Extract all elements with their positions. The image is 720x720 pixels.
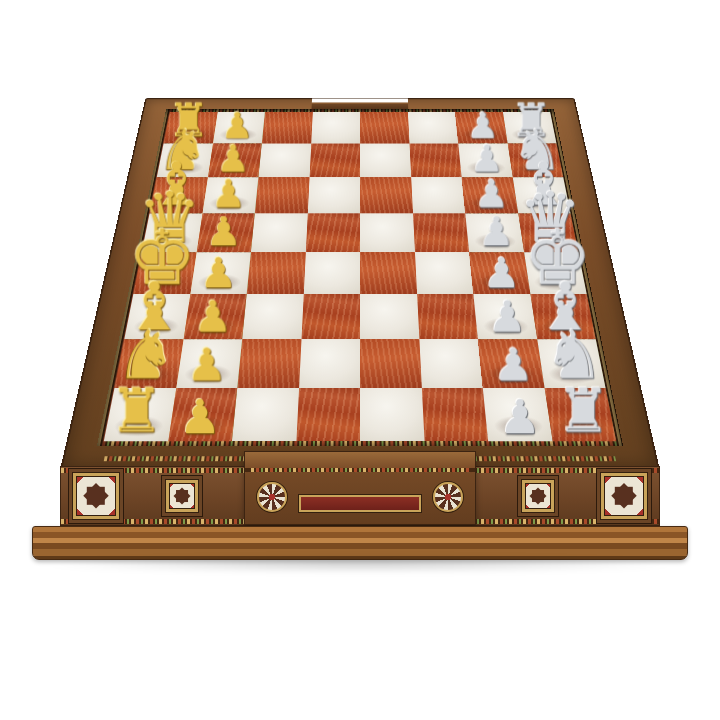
mosaic-medallion-icon (257, 482, 287, 512)
board-cell[interactable] (415, 252, 474, 294)
product-photo-scene: ♜♟♟♜♞♟♟♞♝♟♟♝♛♟♟♛♚♟♟♚♝♟♟♝♞♟♟♞♜♟♟♜ (0, 0, 720, 720)
board-cell[interactable]: ♟ (196, 213, 254, 252)
chess-piece-gold-rook[interactable]: ♜ (109, 383, 163, 437)
board-cell[interactable] (301, 294, 360, 339)
board-cell[interactable] (262, 112, 313, 144)
chess-piece-gold-pawn[interactable]: ♟ (194, 298, 233, 337)
board-perspective: ♜♟♟♜♞♟♟♞♝♟♟♝♛♟♟♛♚♟♟♚♝♟♟♝♞♟♟♞♜♟♟♜ (50, 30, 670, 470)
chess-piece-silver-pawn[interactable]: ♟ (483, 254, 520, 291)
board-cell[interactable]: ♜ (104, 388, 176, 441)
board-cell[interactable] (360, 144, 411, 178)
front-drawer[interactable] (244, 451, 476, 525)
chess-piece-silver-pawn[interactable]: ♟ (499, 396, 541, 438)
base-plinth (32, 526, 688, 560)
board-cell[interactable] (360, 339, 421, 388)
board-cell[interactable] (360, 112, 409, 144)
mosaic-star-panel-left-small (166, 480, 198, 512)
drawer-red-inlay-bar (299, 495, 421, 512)
chess-piece-gold-pawn[interactable]: ♟ (211, 177, 245, 212)
board-cell[interactable]: ♟ (473, 294, 536, 339)
back-rim-ledge (312, 102, 409, 109)
board-cell[interactable] (299, 339, 360, 388)
chess-piece-silver-pawn[interactable]: ♟ (493, 345, 533, 385)
board-cell[interactable]: ♟ (465, 213, 523, 252)
board-cell[interactable] (232, 388, 299, 441)
mosaic-star-panel-right-small (522, 480, 554, 512)
board-cell[interactable] (258, 144, 311, 178)
board-grid: ♜♟♟♜♞♟♟♞♝♟♟♝♛♟♟♛♚♟♟♚♝♟♟♝♞♟♟♞♜♟♟♜ (104, 112, 616, 441)
board-cell[interactable] (242, 294, 303, 339)
board-cell[interactable] (421, 388, 488, 441)
drawer-inlay-band (251, 468, 469, 472)
chess-piece-gold-pawn[interactable]: ♟ (200, 254, 237, 291)
board-cell[interactable] (360, 213, 415, 252)
back-rim-notch (312, 98, 409, 109)
board-cell[interactable]: ♟ (176, 339, 242, 388)
board-cell[interactable] (360, 177, 413, 213)
chess-piece-silver-rook[interactable]: ♜ (557, 383, 611, 437)
board-cell[interactable] (237, 339, 301, 388)
board-cell[interactable] (255, 177, 309, 213)
board-cell[interactable] (305, 213, 360, 252)
board-cell[interactable] (303, 252, 360, 294)
mosaic-star-panel-right (601, 473, 647, 519)
chess-box-top: ♜♟♟♜♞♟♟♞♝♟♟♝♛♟♟♛♚♟♟♚♝♟♟♝♞♟♟♞♜♟♟♜ (60, 98, 660, 470)
chess-piece-gold-pawn[interactable]: ♟ (187, 345, 227, 385)
board-cell[interactable]: ♟ (478, 339, 544, 388)
board-cell[interactable] (411, 177, 465, 213)
board-cell[interactable] (311, 112, 360, 144)
chess-piece-gold-pawn[interactable]: ♟ (206, 214, 242, 250)
board-cell[interactable] (247, 252, 306, 294)
chess-piece-gold-pawn[interactable]: ♟ (179, 396, 221, 438)
board-cell[interactable] (360, 388, 424, 441)
chess-piece-silver-pawn[interactable]: ♟ (474, 177, 508, 212)
drawer-step-top (245, 452, 475, 472)
board-cell[interactable] (417, 294, 478, 339)
board-cell[interactable] (307, 177, 360, 213)
mosaic-star-panel-left (73, 473, 119, 519)
board-inlay-frame: ♜♟♟♜♞♟♟♞♝♟♟♝♛♟♟♛♚♟♟♚♝♟♟♝♞♟♟♞♜♟♟♜ (97, 109, 623, 446)
board-cell[interactable] (408, 112, 459, 144)
board-cell[interactable] (413, 213, 470, 252)
chess-piece-silver-pawn[interactable]: ♟ (488, 298, 527, 337)
board-cell[interactable] (360, 252, 417, 294)
board-cell[interactable] (360, 294, 419, 339)
box-front-face (60, 466, 660, 526)
board-cell[interactable]: ♟ (483, 388, 552, 441)
board-cell[interactable]: ♟ (168, 388, 237, 441)
board-cell[interactable] (251, 213, 308, 252)
board-cell[interactable]: ♟ (190, 252, 251, 294)
board-cell[interactable] (419, 339, 483, 388)
board-tray: ♜♟♟♜♞♟♟♞♝♟♟♝♛♟♟♛♚♟♟♚♝♟♟♝♞♟♟♞♜♟♟♜ (60, 98, 660, 470)
board-cell[interactable] (409, 144, 462, 178)
board-cell[interactable] (309, 144, 360, 178)
board-cell[interactable] (296, 388, 360, 441)
mosaic-medallion-icon (433, 482, 463, 512)
board-cell[interactable]: ♟ (183, 294, 246, 339)
board-cell[interactable]: ♜ (544, 388, 616, 441)
chess-piece-silver-pawn[interactable]: ♟ (478, 214, 514, 250)
board-cell[interactable]: ♟ (469, 252, 530, 294)
ground-shadow (44, 556, 676, 572)
